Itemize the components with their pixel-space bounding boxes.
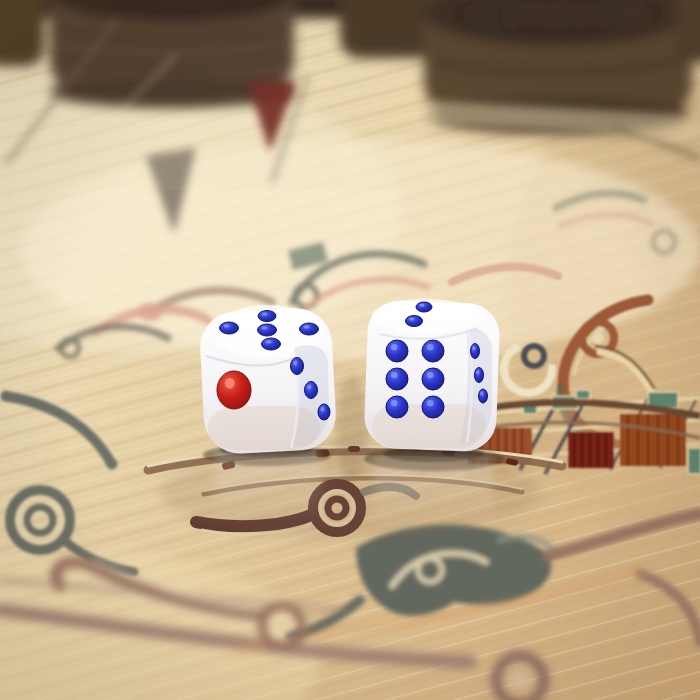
board-scene bbox=[0, 0, 700, 700]
vignette bbox=[0, 0, 700, 700]
backgammon-photo bbox=[0, 0, 700, 700]
